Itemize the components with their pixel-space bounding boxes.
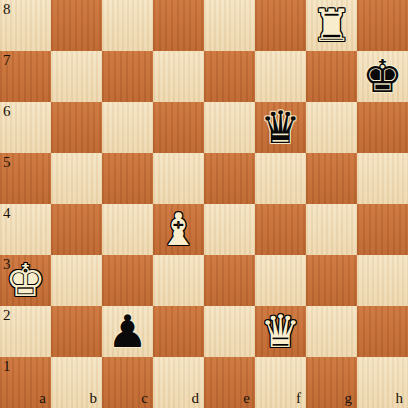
square-g4[interactable] [306, 204, 357, 255]
square-e6[interactable] [204, 102, 255, 153]
square-a7[interactable]: 7 [0, 51, 51, 102]
square-b5[interactable] [51, 153, 102, 204]
square-b7[interactable] [51, 51, 102, 102]
square-h1[interactable]: h [357, 357, 408, 408]
square-c4[interactable] [102, 204, 153, 255]
square-h7[interactable]: ♚ [357, 51, 408, 102]
square-g2[interactable] [306, 306, 357, 357]
file-label-a: a [39, 391, 46, 406]
square-b2[interactable] [51, 306, 102, 357]
chess-diagram: 8♜7♚6♛54♝3♚2♟♛1abcdefgh [0, 0, 408, 408]
white-queen[interactable]: ♛ [260, 306, 300, 357]
white-bishop[interactable]: ♝ [158, 204, 198, 255]
square-d3[interactable] [153, 255, 204, 306]
white-rook[interactable]: ♜ [311, 0, 351, 51]
square-f8[interactable] [255, 0, 306, 51]
chess-board: 8♜7♚6♛54♝3♚2♟♛1abcdefgh [0, 0, 408, 408]
square-b6[interactable] [51, 102, 102, 153]
square-f3[interactable] [255, 255, 306, 306]
square-d8[interactable] [153, 0, 204, 51]
rank-label-5: 5 [3, 155, 11, 170]
black-pawn[interactable]: ♟ [107, 306, 147, 357]
rank-label-4: 4 [3, 206, 11, 221]
square-a4[interactable]: 4 [0, 204, 51, 255]
square-a3[interactable]: 3♚ [0, 255, 51, 306]
square-b3[interactable] [51, 255, 102, 306]
square-h5[interactable] [357, 153, 408, 204]
file-label-d: d [192, 391, 200, 406]
square-h2[interactable] [357, 306, 408, 357]
square-b4[interactable] [51, 204, 102, 255]
white-king[interactable]: ♚ [5, 255, 45, 306]
square-c5[interactable] [102, 153, 153, 204]
square-c6[interactable] [102, 102, 153, 153]
square-f6[interactable]: ♛ [255, 102, 306, 153]
rank-label-7: 7 [3, 53, 11, 68]
square-e5[interactable] [204, 153, 255, 204]
square-d2[interactable] [153, 306, 204, 357]
black-king[interactable]: ♚ [362, 51, 402, 102]
file-label-h: h [396, 391, 404, 406]
square-d1[interactable]: d [153, 357, 204, 408]
square-f4[interactable] [255, 204, 306, 255]
file-label-c: c [141, 391, 148, 406]
square-d6[interactable] [153, 102, 204, 153]
square-a2[interactable]: 2 [0, 306, 51, 357]
square-f2[interactable]: ♛ [255, 306, 306, 357]
square-c7[interactable] [102, 51, 153, 102]
rank-label-8: 8 [3, 2, 11, 17]
square-e3[interactable] [204, 255, 255, 306]
square-h3[interactable] [357, 255, 408, 306]
square-h8[interactable] [357, 0, 408, 51]
square-b8[interactable] [51, 0, 102, 51]
square-d4[interactable]: ♝ [153, 204, 204, 255]
square-g6[interactable] [306, 102, 357, 153]
square-f5[interactable] [255, 153, 306, 204]
square-f7[interactable] [255, 51, 306, 102]
rank-label-1: 1 [3, 359, 11, 374]
square-d7[interactable] [153, 51, 204, 102]
square-h6[interactable] [357, 102, 408, 153]
file-label-b: b [90, 391, 98, 406]
square-g5[interactable] [306, 153, 357, 204]
square-g8[interactable]: ♜ [306, 0, 357, 51]
file-label-g: g [345, 391, 353, 406]
rank-label-6: 6 [3, 104, 11, 119]
square-c8[interactable] [102, 0, 153, 51]
rank-label-3: 3 [3, 257, 11, 272]
square-c1[interactable]: c [102, 357, 153, 408]
black-queen[interactable]: ♛ [260, 102, 300, 153]
square-a5[interactable]: 5 [0, 153, 51, 204]
square-a8[interactable]: 8 [0, 0, 51, 51]
square-a6[interactable]: 6 [0, 102, 51, 153]
square-a1[interactable]: 1a [0, 357, 51, 408]
square-g7[interactable] [306, 51, 357, 102]
square-e8[interactable] [204, 0, 255, 51]
square-h4[interactable] [357, 204, 408, 255]
square-d5[interactable] [153, 153, 204, 204]
square-e4[interactable] [204, 204, 255, 255]
square-f1[interactable]: f [255, 357, 306, 408]
square-e1[interactable]: e [204, 357, 255, 408]
square-c2[interactable]: ♟ [102, 306, 153, 357]
square-g3[interactable] [306, 255, 357, 306]
file-label-e: e [243, 391, 250, 406]
rank-label-2: 2 [3, 308, 11, 323]
square-e2[interactable] [204, 306, 255, 357]
square-c3[interactable] [102, 255, 153, 306]
square-e7[interactable] [204, 51, 255, 102]
square-g1[interactable]: g [306, 357, 357, 408]
square-b1[interactable]: b [51, 357, 102, 408]
file-label-f: f [296, 391, 301, 406]
